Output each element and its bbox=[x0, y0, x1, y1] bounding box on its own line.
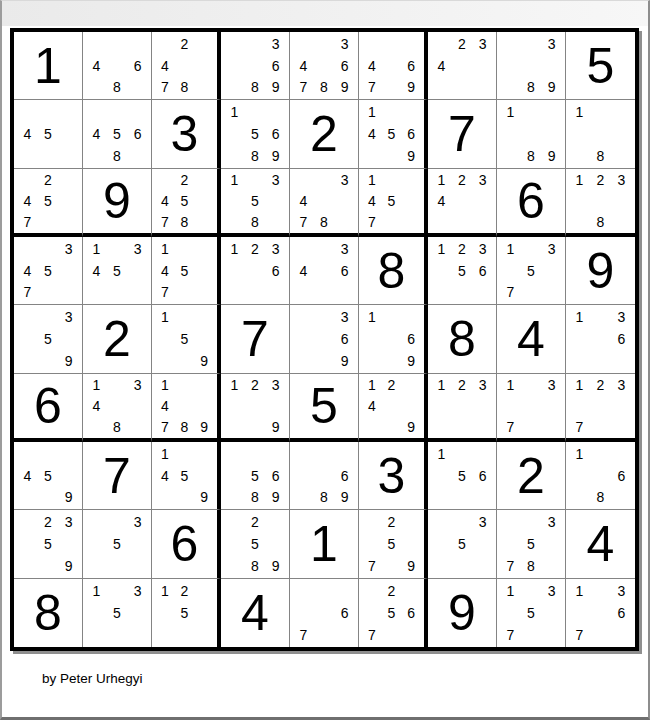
pencil-mark-9: 9 bbox=[541, 77, 562, 99]
pencil-marks: 2457 bbox=[17, 170, 79, 232]
cell-r4c7[interactable]: 12356 bbox=[428, 237, 497, 305]
cell-value: 8 bbox=[378, 246, 406, 296]
cell-r7c6[interactable]: 3 bbox=[359, 442, 428, 510]
pencil-mark-8: 8 bbox=[245, 77, 266, 99]
pencil-mark-4: 4 bbox=[17, 260, 38, 282]
pencil-mark-5: 5 bbox=[382, 602, 402, 624]
cell-r8c1[interactable]: 2359 bbox=[14, 510, 83, 578]
pencil-mark-3: 3 bbox=[334, 33, 355, 55]
pencil-marks: 189 bbox=[500, 101, 562, 166]
window-top-bar bbox=[2, 1, 648, 26]
pencil-mark-6: 6 bbox=[265, 465, 286, 487]
pencil-marks: 4679 bbox=[362, 33, 421, 98]
pencil-mark-9: 9 bbox=[265, 487, 286, 509]
cell-value: 3 bbox=[378, 451, 406, 501]
pencil-mark-1: 1 bbox=[431, 238, 452, 260]
sudoku-board: 1468247836893467894679234389545456831568… bbox=[10, 28, 639, 651]
pencil-mark-3: 3 bbox=[127, 238, 148, 260]
pencil-mark-1: 1 bbox=[86, 580, 107, 602]
pencil-mark-8: 8 bbox=[521, 77, 542, 99]
pencil-marks: 3689 bbox=[224, 33, 286, 98]
cell-r1c2[interactable]: 468 bbox=[83, 32, 152, 100]
pencil-mark-3: 3 bbox=[541, 511, 562, 533]
pencil-mark-1: 1 bbox=[569, 101, 590, 123]
pencil-mark-9: 9 bbox=[401, 350, 421, 372]
pencil-mark-1: 1 bbox=[500, 375, 521, 396]
pencil-mark-4: 4 bbox=[86, 260, 107, 282]
pencil-mark-4: 4 bbox=[431, 55, 452, 77]
pencil-mark-8: 8 bbox=[107, 416, 128, 437]
pencil-mark-4: 4 bbox=[362, 55, 382, 77]
pencil-mark-3: 3 bbox=[541, 33, 562, 55]
cell-r5c5[interactable]: 369 bbox=[290, 305, 359, 373]
cell-r5c4[interactable]: 7 bbox=[221, 305, 290, 373]
pencil-mark-5: 5 bbox=[175, 190, 195, 211]
pencil-marks: 3478 bbox=[293, 170, 355, 232]
pencil-mark-5: 5 bbox=[175, 465, 195, 487]
cell-r4c8[interactable]: 1357 bbox=[497, 237, 566, 305]
cell-r8c9[interactable]: 4 bbox=[566, 510, 635, 578]
pencil-mark-5: 5 bbox=[38, 123, 59, 145]
cell-r6c7[interactable]: 123 bbox=[428, 374, 497, 442]
pencil-mark-5: 5 bbox=[107, 602, 128, 624]
cell-r6c1[interactable]: 6 bbox=[14, 374, 83, 442]
pencil-mark-9: 9 bbox=[401, 77, 421, 99]
pencil-mark-5: 5 bbox=[38, 328, 59, 350]
pencil-mark-3: 3 bbox=[472, 511, 493, 533]
pencil-mark-2: 2 bbox=[452, 238, 473, 260]
pencil-mark-7: 7 bbox=[155, 282, 175, 304]
cell-r2c8[interactable]: 189 bbox=[497, 100, 566, 168]
cell-r3c8[interactable]: 6 bbox=[497, 169, 566, 237]
cell-r5c1[interactable]: 359 bbox=[14, 305, 83, 373]
pencil-mark-4: 4 bbox=[86, 395, 107, 416]
pencil-marks: 1457 bbox=[155, 238, 214, 303]
pencil-marks: 2589 bbox=[224, 511, 286, 576]
pencil-mark-1: 1 bbox=[155, 238, 175, 260]
cell-r2c6[interactable]: 14569 bbox=[359, 100, 428, 168]
pencil-marks: 1457 bbox=[362, 170, 421, 232]
pencil-marks: 1357 bbox=[500, 580, 562, 646]
cell-r3c3[interactable]: 24578 bbox=[152, 169, 221, 237]
cell-r3c7[interactable]: 1234 bbox=[428, 169, 497, 237]
pencil-marks: 1238 bbox=[569, 170, 632, 232]
pencil-mark-5: 5 bbox=[38, 190, 59, 211]
pencil-mark-1: 1 bbox=[569, 306, 590, 328]
cell-value: 9 bbox=[448, 588, 476, 638]
pencil-mark-7: 7 bbox=[17, 211, 38, 232]
pencil-mark-5: 5 bbox=[245, 123, 266, 145]
cell-value: 8 bbox=[34, 588, 62, 638]
pencil-mark-7: 7 bbox=[155, 416, 175, 437]
pencil-mark-7: 7 bbox=[569, 416, 590, 437]
pencil-marks: 2359 bbox=[17, 511, 79, 576]
pencil-marks: 136 bbox=[569, 306, 632, 371]
pencil-mark-4: 4 bbox=[293, 260, 314, 282]
cell-r5c8[interactable]: 4 bbox=[497, 305, 566, 373]
pencil-mark-3: 3 bbox=[472, 238, 493, 260]
pencil-mark-6: 6 bbox=[401, 602, 421, 624]
pencil-marks: 389 bbox=[500, 33, 562, 98]
pencil-mark-4: 4 bbox=[293, 55, 314, 77]
pencil-marks: 2579 bbox=[362, 511, 421, 576]
pencil-mark-2: 2 bbox=[175, 33, 195, 55]
pencil-mark-3: 3 bbox=[334, 306, 355, 328]
pencil-mark-8: 8 bbox=[590, 211, 611, 232]
cell-r2c7[interactable]: 7 bbox=[428, 100, 497, 168]
pencil-mark-5: 5 bbox=[245, 465, 266, 487]
pencil-mark-6: 6 bbox=[334, 465, 355, 487]
pencil-mark-8: 8 bbox=[314, 211, 335, 232]
pencil-mark-7: 7 bbox=[362, 77, 382, 99]
pencil-mark-3: 3 bbox=[611, 375, 632, 396]
cell-r7c7[interactable]: 156 bbox=[428, 442, 497, 510]
pencil-mark-5: 5 bbox=[175, 602, 195, 624]
pencil-mark-8: 8 bbox=[521, 145, 542, 167]
pencil-mark-7: 7 bbox=[293, 624, 314, 646]
pencil-mark-5: 5 bbox=[452, 533, 473, 555]
pencil-mark-8: 8 bbox=[245, 555, 266, 577]
pencil-mark-6: 6 bbox=[334, 602, 355, 624]
pencil-mark-9: 9 bbox=[265, 555, 286, 577]
pencil-mark-2: 2 bbox=[382, 511, 402, 533]
pencil-mark-9: 9 bbox=[194, 416, 214, 437]
cell-r6c2[interactable]: 1348 bbox=[83, 374, 152, 442]
cell-r5c2[interactable]: 2 bbox=[83, 305, 152, 373]
cell-r7c5[interactable]: 689 bbox=[290, 442, 359, 510]
cell-r1c9[interactable]: 5 bbox=[566, 32, 635, 100]
pencil-mark-8: 8 bbox=[107, 77, 128, 99]
cell-r7c4[interactable]: 5689 bbox=[221, 442, 290, 510]
cell-r8c2[interactable]: 35 bbox=[83, 510, 152, 578]
pencil-mark-3: 3 bbox=[127, 580, 148, 602]
pencil-marks: 1239 bbox=[224, 375, 286, 437]
cell-r3c4[interactable]: 1358 bbox=[221, 169, 290, 237]
pencil-mark-5: 5 bbox=[107, 260, 128, 282]
pencil-mark-4: 4 bbox=[17, 190, 38, 211]
cell-r1c4[interactable]: 3689 bbox=[221, 32, 290, 100]
pencil-mark-3: 3 bbox=[58, 306, 79, 328]
pencil-mark-7: 7 bbox=[500, 555, 521, 577]
cell-r9c4[interactable]: 4 bbox=[221, 579, 290, 647]
cell-r2c2[interactable]: 4568 bbox=[83, 100, 152, 168]
pencil-mark-4: 4 bbox=[155, 55, 175, 77]
pencil-mark-1: 1 bbox=[362, 101, 382, 123]
pencil-marks: 159 bbox=[155, 306, 214, 371]
pencil-mark-4: 4 bbox=[362, 395, 382, 416]
pencil-marks: 1459 bbox=[155, 443, 214, 508]
pencil-mark-1: 1 bbox=[500, 101, 521, 123]
pencil-mark-5: 5 bbox=[521, 260, 542, 282]
pencil-mark-1: 1 bbox=[224, 170, 245, 191]
cell-r1c7[interactable]: 234 bbox=[428, 32, 497, 100]
pencil-mark-1: 1 bbox=[431, 375, 452, 396]
pencil-mark-8: 8 bbox=[245, 211, 266, 232]
pencil-mark-3: 3 bbox=[265, 238, 286, 260]
cell-r2c1[interactable]: 45 bbox=[14, 100, 83, 168]
pencil-mark-2: 2 bbox=[382, 375, 402, 396]
pencil-mark-2: 2 bbox=[175, 170, 195, 191]
pencil-mark-8: 8 bbox=[590, 487, 611, 509]
pencil-mark-4: 4 bbox=[17, 123, 38, 145]
cell-value: 2 bbox=[310, 109, 338, 159]
pencil-marks: 1249 bbox=[362, 375, 421, 437]
pencil-mark-5: 5 bbox=[107, 123, 128, 145]
cell-r9c7[interactable]: 9 bbox=[428, 579, 497, 647]
pencil-mark-4: 4 bbox=[86, 55, 107, 77]
cell-value: 8 bbox=[448, 314, 476, 364]
cell-r8c8[interactable]: 3578 bbox=[497, 510, 566, 578]
pencil-mark-9: 9 bbox=[194, 350, 214, 372]
cell-r6c3[interactable]: 14789 bbox=[152, 374, 221, 442]
pencil-marks: 1367 bbox=[569, 580, 632, 646]
pencil-mark-6: 6 bbox=[334, 328, 355, 350]
pencil-mark-5: 5 bbox=[38, 465, 59, 487]
cell-r4c5[interactable]: 346 bbox=[290, 237, 359, 305]
pencil-mark-5: 5 bbox=[38, 260, 59, 282]
pencil-mark-6: 6 bbox=[401, 55, 421, 77]
pencil-mark-9: 9 bbox=[401, 145, 421, 167]
pencil-mark-9: 9 bbox=[334, 350, 355, 372]
pencil-marks: 1358 bbox=[224, 170, 286, 232]
pencil-mark-3: 3 bbox=[541, 375, 562, 396]
pencil-mark-7: 7 bbox=[500, 416, 521, 437]
pencil-mark-1: 1 bbox=[431, 443, 452, 465]
cell-r4c9[interactable]: 9 bbox=[566, 237, 635, 305]
cell-r3c1[interactable]: 2457 bbox=[14, 169, 83, 237]
pencil-mark-3: 3 bbox=[58, 511, 79, 533]
pencil-mark-9: 9 bbox=[401, 416, 421, 437]
pencil-marks: 168 bbox=[569, 443, 632, 508]
cell-r2c5[interactable]: 2 bbox=[290, 100, 359, 168]
pencil-mark-6: 6 bbox=[265, 55, 286, 77]
pencil-marks: 689 bbox=[293, 443, 355, 508]
cell-value: 5 bbox=[587, 41, 615, 91]
pencil-mark-6: 6 bbox=[611, 602, 632, 624]
pencil-mark-9: 9 bbox=[58, 487, 79, 509]
cell-r9c3[interactable]: 125 bbox=[152, 579, 221, 647]
pencil-mark-5: 5 bbox=[245, 190, 266, 211]
cell-r7c9[interactable]: 168 bbox=[566, 442, 635, 510]
pencil-mark-6: 6 bbox=[472, 465, 493, 487]
cell-r3c5[interactable]: 3478 bbox=[290, 169, 359, 237]
pencil-mark-9: 9 bbox=[58, 350, 79, 372]
pencil-marks: 234 bbox=[431, 33, 493, 98]
pencil-marks: 1348 bbox=[86, 375, 148, 437]
pencil-mark-3: 3 bbox=[334, 170, 355, 191]
cell-r8c4[interactable]: 2589 bbox=[221, 510, 290, 578]
cell-value: 6 bbox=[517, 176, 545, 226]
pencil-mark-3: 3 bbox=[265, 33, 286, 55]
pencil-marks: 346789 bbox=[293, 33, 355, 98]
cell-r2c9[interactable]: 18 bbox=[566, 100, 635, 168]
pencil-mark-4: 4 bbox=[17, 465, 38, 487]
cell-r9c2[interactable]: 135 bbox=[83, 579, 152, 647]
pencil-marks: 12356 bbox=[431, 238, 493, 303]
cell-r9c1[interactable]: 8 bbox=[14, 579, 83, 647]
cell-r4c2[interactable]: 1345 bbox=[83, 237, 152, 305]
pencil-mark-3: 3 bbox=[265, 375, 286, 396]
pencil-mark-1: 1 bbox=[569, 375, 590, 396]
pencil-mark-4: 4 bbox=[431, 190, 452, 211]
cell-r1c3[interactable]: 2478 bbox=[152, 32, 221, 100]
cell-r8c7[interactable]: 35 bbox=[428, 510, 497, 578]
pencil-mark-9: 9 bbox=[58, 555, 79, 577]
pencil-mark-3: 3 bbox=[58, 238, 79, 260]
author-credit: by Peter Urhegyi bbox=[42, 671, 143, 686]
cell-r6c6[interactable]: 1249 bbox=[359, 374, 428, 442]
pencil-mark-9: 9 bbox=[265, 145, 286, 167]
pencil-mark-3: 3 bbox=[472, 33, 493, 55]
cell-r8c5[interactable]: 1 bbox=[290, 510, 359, 578]
pencil-mark-8: 8 bbox=[314, 487, 335, 509]
pencil-mark-3: 3 bbox=[127, 511, 148, 533]
cell-r4c1[interactable]: 3457 bbox=[14, 237, 83, 305]
pencil-mark-1: 1 bbox=[224, 375, 245, 396]
pencil-marks: 2567 bbox=[362, 580, 421, 646]
pencil-mark-2: 2 bbox=[382, 580, 402, 602]
cell-value: 3 bbox=[171, 109, 199, 159]
cell-r7c8[interactable]: 2 bbox=[497, 442, 566, 510]
cell-r4c3[interactable]: 1457 bbox=[152, 237, 221, 305]
cell-r5c9[interactable]: 136 bbox=[566, 305, 635, 373]
pencil-mark-5: 5 bbox=[452, 260, 473, 282]
pencil-mark-5: 5 bbox=[175, 260, 195, 282]
pencil-mark-2: 2 bbox=[245, 238, 266, 260]
cell-r5c7[interactable]: 8 bbox=[428, 305, 497, 373]
cell-r5c6[interactable]: 169 bbox=[359, 305, 428, 373]
pencil-mark-1: 1 bbox=[86, 238, 107, 260]
pencil-mark-2: 2 bbox=[175, 580, 195, 602]
pencil-mark-7: 7 bbox=[500, 624, 521, 646]
pencil-mark-1: 1 bbox=[569, 580, 590, 602]
cell-value: 6 bbox=[171, 519, 199, 569]
pencil-mark-6: 6 bbox=[127, 55, 148, 77]
pencil-mark-5: 5 bbox=[382, 123, 402, 145]
cell-r7c2[interactable]: 7 bbox=[83, 442, 152, 510]
pencil-mark-8: 8 bbox=[107, 145, 128, 167]
pencil-marks: 45 bbox=[17, 101, 79, 166]
pencil-mark-6: 6 bbox=[265, 123, 286, 145]
pencil-mark-7: 7 bbox=[569, 624, 590, 646]
pencil-marks: 459 bbox=[17, 443, 79, 508]
pencil-mark-6: 6 bbox=[127, 123, 148, 145]
pencil-marks: 4568 bbox=[86, 101, 148, 166]
pencil-mark-1: 1 bbox=[224, 238, 245, 260]
pencil-mark-9: 9 bbox=[265, 77, 286, 99]
cell-value: 6 bbox=[34, 381, 62, 431]
cell-r9c9[interactable]: 1367 bbox=[566, 579, 635, 647]
pencil-mark-9: 9 bbox=[401, 555, 421, 577]
cell-r6c5[interactable]: 5 bbox=[290, 374, 359, 442]
pencil-marks: 156 bbox=[431, 443, 493, 508]
cell-r4c4[interactable]: 1236 bbox=[221, 237, 290, 305]
pencil-mark-4: 4 bbox=[155, 190, 175, 211]
pencil-mark-7: 7 bbox=[362, 211, 382, 232]
cell-r4c6[interactable]: 8 bbox=[359, 237, 428, 305]
pencil-marks: 359 bbox=[17, 306, 79, 371]
pencil-mark-6: 6 bbox=[334, 260, 355, 282]
cell-r7c3[interactable]: 1459 bbox=[152, 442, 221, 510]
pencil-mark-7: 7 bbox=[17, 282, 38, 304]
pencil-marks: 123 bbox=[431, 375, 493, 437]
pencil-mark-3: 3 bbox=[127, 375, 148, 396]
cell-r1c8[interactable]: 389 bbox=[497, 32, 566, 100]
pencil-mark-5: 5 bbox=[382, 533, 402, 555]
cell-r1c1[interactable]: 1 bbox=[14, 32, 83, 100]
pencil-mark-3: 3 bbox=[611, 580, 632, 602]
pencil-mark-1: 1 bbox=[569, 170, 590, 191]
cell-value: 4 bbox=[241, 588, 269, 638]
pencil-mark-1: 1 bbox=[155, 375, 175, 396]
cell-r1c6[interactable]: 4679 bbox=[359, 32, 428, 100]
pencil-mark-6: 6 bbox=[401, 123, 421, 145]
cell-r7c1[interactable]: 459 bbox=[14, 442, 83, 510]
pencil-mark-1: 1 bbox=[569, 443, 590, 465]
pencil-marks: 1236 bbox=[224, 238, 286, 303]
cell-r8c3[interactable]: 6 bbox=[152, 510, 221, 578]
cell-value: 4 bbox=[587, 519, 615, 569]
cell-value: 1 bbox=[310, 519, 338, 569]
pencil-mark-1: 1 bbox=[224, 101, 245, 123]
pencil-marks: 24578 bbox=[155, 170, 214, 232]
cell-r6c8[interactable]: 137 bbox=[497, 374, 566, 442]
cell-r2c3[interactable]: 3 bbox=[152, 100, 221, 168]
sudoku-app-window: 1468247836893467894679234389545456831568… bbox=[0, 0, 650, 720]
pencil-mark-1: 1 bbox=[86, 375, 107, 396]
cell-r1c5[interactable]: 346789 bbox=[290, 32, 359, 100]
pencil-mark-5: 5 bbox=[452, 465, 473, 487]
cell-r3c9[interactable]: 1238 bbox=[566, 169, 635, 237]
pencil-mark-1: 1 bbox=[500, 580, 521, 602]
pencil-mark-1: 1 bbox=[362, 170, 382, 191]
pencil-marks: 14569 bbox=[362, 101, 421, 166]
pencil-mark-1: 1 bbox=[155, 306, 175, 328]
cell-r8c6[interactable]: 2579 bbox=[359, 510, 428, 578]
cell-r5c3[interactable]: 159 bbox=[152, 305, 221, 373]
pencil-mark-3: 3 bbox=[611, 306, 632, 328]
pencil-mark-8: 8 bbox=[245, 145, 266, 167]
cell-r6c4[interactable]: 1239 bbox=[221, 374, 290, 442]
pencil-mark-3: 3 bbox=[334, 238, 355, 260]
pencil-mark-3: 3 bbox=[265, 170, 286, 191]
pencil-mark-7: 7 bbox=[362, 624, 382, 646]
cell-value: 9 bbox=[103, 176, 131, 226]
cell-r9c5[interactable]: 67 bbox=[290, 579, 359, 647]
pencil-mark-8: 8 bbox=[175, 416, 195, 437]
pencil-mark-1: 1 bbox=[155, 443, 175, 465]
pencil-marks: 3457 bbox=[17, 238, 79, 303]
pencil-mark-2: 2 bbox=[38, 170, 59, 191]
cell-value: 2 bbox=[103, 314, 131, 364]
pencil-mark-2: 2 bbox=[38, 511, 59, 533]
cell-value: 1 bbox=[34, 41, 62, 91]
cell-r9c8[interactable]: 1357 bbox=[497, 579, 566, 647]
pencil-mark-3: 3 bbox=[611, 170, 632, 191]
pencil-mark-8: 8 bbox=[175, 77, 195, 99]
cell-value: 2 bbox=[517, 451, 545, 501]
pencil-marks: 3578 bbox=[500, 511, 562, 576]
pencil-mark-5: 5 bbox=[107, 533, 128, 555]
pencil-mark-4: 4 bbox=[155, 395, 175, 416]
cell-r3c2[interactable]: 9 bbox=[83, 169, 152, 237]
cell-r9c6[interactable]: 2567 bbox=[359, 579, 428, 647]
pencil-mark-7: 7 bbox=[155, 77, 175, 99]
cell-r6c9[interactable]: 1237 bbox=[566, 374, 635, 442]
cell-r3c6[interactable]: 1457 bbox=[359, 169, 428, 237]
pencil-mark-9: 9 bbox=[541, 145, 562, 167]
cell-r2c4[interactable]: 15689 bbox=[221, 100, 290, 168]
